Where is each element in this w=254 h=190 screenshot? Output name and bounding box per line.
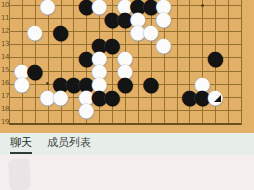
star-point bbox=[201, 82, 204, 85]
row-label: 17 bbox=[1, 93, 9, 100]
tab-member-list[interactable]: 成员列表 bbox=[47, 135, 91, 154]
row-label: 14 bbox=[1, 54, 9, 61]
row-label: 12 bbox=[1, 28, 9, 35]
row-label: 19 bbox=[1, 119, 9, 126]
game-room-screen: 10111213141516171819 ●●●●●●●●●●●●●●●●●●●… bbox=[0, 0, 254, 190]
chat-panel bbox=[0, 155, 254, 190]
row-label: 15 bbox=[1, 67, 9, 74]
row-label: 11 bbox=[1, 15, 9, 22]
row-label: 13 bbox=[1, 41, 9, 48]
tab-bar: 聊天 成员列表 bbox=[0, 133, 254, 155]
tab-chat-label: 聊天 bbox=[10, 135, 32, 154]
star-point bbox=[124, 4, 127, 7]
tab-chat[interactable]: 聊天 bbox=[10, 135, 32, 154]
star-point bbox=[201, 4, 204, 7]
star-point bbox=[46, 4, 49, 7]
grid-lines bbox=[9, 5, 242, 125]
tab-member-list-label: 成员列表 bbox=[47, 135, 91, 154]
star-point bbox=[124, 82, 127, 85]
row-label: 16 bbox=[1, 80, 9, 87]
star-point bbox=[46, 82, 49, 85]
chat-watermark bbox=[8, 158, 31, 190]
go-board[interactable]: 10111213141516171819 ●●●●●●●●●●●●●●●●●●●… bbox=[0, 0, 254, 133]
row-label: 10 bbox=[1, 2, 9, 9]
row-label: 18 bbox=[1, 106, 9, 113]
